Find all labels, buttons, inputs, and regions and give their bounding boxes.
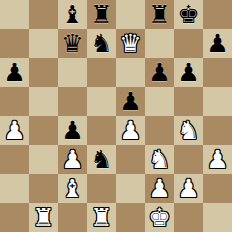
square-c8[interactable]: ♝: [58, 0, 87, 29]
white-pawn[interactable]: ♟: [3, 116, 25, 145]
square-b6[interactable]: [29, 58, 58, 87]
square-c1[interactable]: [58, 203, 87, 232]
white-pawn[interactable]: ♟: [177, 174, 199, 203]
square-d6[interactable]: [87, 58, 116, 87]
square-a2[interactable]: [0, 174, 29, 203]
square-h3[interactable]: ♟: [203, 145, 232, 174]
square-c4[interactable]: ♟: [58, 116, 87, 145]
black-pawn[interactable]: ♟: [177, 58, 199, 87]
square-e4[interactable]: ♟: [116, 116, 145, 145]
square-h2[interactable]: [203, 174, 232, 203]
square-a5[interactable]: [0, 87, 29, 116]
square-b7[interactable]: [29, 29, 58, 58]
square-d3[interactable]: ♞: [87, 145, 116, 174]
square-c2[interactable]: ♝: [58, 174, 87, 203]
square-a4[interactable]: ♟: [0, 116, 29, 145]
square-e8[interactable]: [116, 0, 145, 29]
square-c3[interactable]: ♟: [58, 145, 87, 174]
square-h8[interactable]: [203, 0, 232, 29]
white-rook[interactable]: ♜: [32, 203, 54, 232]
square-a8[interactable]: [0, 0, 29, 29]
square-h7[interactable]: ♟: [203, 29, 232, 58]
square-b1[interactable]: ♜: [29, 203, 58, 232]
black-rook[interactable]: ♜: [90, 0, 112, 29]
square-b5[interactable]: [29, 87, 58, 116]
black-pawn[interactable]: ♟: [119, 87, 141, 116]
square-g5[interactable]: [174, 87, 203, 116]
black-knight[interactable]: ♞: [90, 145, 112, 174]
square-d1[interactable]: ♜: [87, 203, 116, 232]
square-b3[interactable]: [29, 145, 58, 174]
square-c6[interactable]: [58, 58, 87, 87]
square-h6[interactable]: [203, 58, 232, 87]
square-e1[interactable]: [116, 203, 145, 232]
square-f1[interactable]: ♚: [145, 203, 174, 232]
white-pawn[interactable]: ♟: [206, 145, 228, 174]
square-f4[interactable]: [145, 116, 174, 145]
square-b2[interactable]: [29, 174, 58, 203]
white-king[interactable]: ♚: [148, 203, 170, 232]
square-g8[interactable]: ♚: [174, 0, 203, 29]
black-king[interactable]: ♚: [177, 0, 199, 29]
square-e2[interactable]: [116, 174, 145, 203]
square-g6[interactable]: ♟: [174, 58, 203, 87]
square-g1[interactable]: [174, 203, 203, 232]
square-f7[interactable]: [145, 29, 174, 58]
white-queen[interactable]: ♛: [119, 29, 141, 58]
square-a6[interactable]: ♟: [0, 58, 29, 87]
black-pawn[interactable]: ♟: [206, 29, 228, 58]
square-d2[interactable]: [87, 174, 116, 203]
white-knight[interactable]: ♞: [148, 145, 170, 174]
square-a1[interactable]: [0, 203, 29, 232]
black-rook[interactable]: ♜: [148, 0, 170, 29]
square-e6[interactable]: [116, 58, 145, 87]
square-h5[interactable]: [203, 87, 232, 116]
white-rook[interactable]: ♜: [90, 203, 112, 232]
white-pawn[interactable]: ♟: [148, 174, 170, 203]
square-e7[interactable]: ♛: [116, 29, 145, 58]
black-pawn[interactable]: ♟: [3, 58, 25, 87]
square-e5[interactable]: ♟: [116, 87, 145, 116]
black-queen[interactable]: ♛: [61, 29, 83, 58]
black-bishop[interactable]: ♝: [61, 0, 83, 29]
square-b4[interactable]: [29, 116, 58, 145]
square-h4[interactable]: [203, 116, 232, 145]
square-g7[interactable]: [174, 29, 203, 58]
square-f2[interactable]: ♟: [145, 174, 174, 203]
square-d8[interactable]: ♜: [87, 0, 116, 29]
square-g2[interactable]: ♟: [174, 174, 203, 203]
square-b8[interactable]: [29, 0, 58, 29]
square-d5[interactable]: [87, 87, 116, 116]
square-f6[interactable]: ♟: [145, 58, 174, 87]
white-pawn[interactable]: ♟: [119, 116, 141, 145]
square-f3[interactable]: ♞: [145, 145, 174, 174]
white-knight[interactable]: ♞: [177, 116, 199, 145]
square-g4[interactable]: ♞: [174, 116, 203, 145]
square-a7[interactable]: [0, 29, 29, 58]
square-c5[interactable]: [58, 87, 87, 116]
chess-board: ♝♜♜♚♛♞♛♟♟♟♟♟♟♟♟♞♟♞♞♟♝♟♟♜♜♚: [0, 0, 232, 232]
square-e3[interactable]: [116, 145, 145, 174]
white-bishop[interactable]: ♝: [61, 174, 83, 203]
square-f5[interactable]: [145, 87, 174, 116]
square-g3[interactable]: [174, 145, 203, 174]
square-c7[interactable]: ♛: [58, 29, 87, 58]
square-h1[interactable]: [203, 203, 232, 232]
square-f8[interactable]: ♜: [145, 0, 174, 29]
white-pawn[interactable]: ♟: [61, 145, 83, 174]
black-pawn[interactable]: ♟: [61, 116, 83, 145]
square-d4[interactable]: [87, 116, 116, 145]
square-d7[interactable]: ♞: [87, 29, 116, 58]
black-pawn[interactable]: ♟: [148, 58, 170, 87]
square-a3[interactable]: [0, 145, 29, 174]
black-knight[interactable]: ♞: [90, 29, 112, 58]
